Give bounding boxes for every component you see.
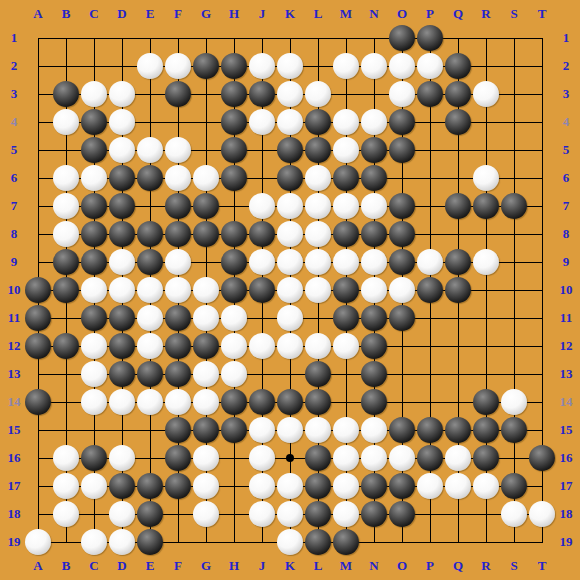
white-stone (81, 81, 107, 107)
white-stone (165, 277, 191, 303)
white-stone (305, 81, 331, 107)
black-stone (137, 501, 163, 527)
white-stone (361, 193, 387, 219)
black-stone (389, 221, 415, 247)
white-stone (221, 361, 247, 387)
white-stone (193, 473, 219, 499)
black-stone (53, 249, 79, 275)
black-stone (277, 389, 303, 415)
black-stone (221, 53, 247, 79)
white-stone (277, 53, 303, 79)
row-label-right: 17 (552, 472, 580, 500)
row-label-left: 18 (0, 500, 28, 528)
white-stone (501, 389, 527, 415)
row-label-right: 10 (552, 276, 580, 304)
column-label-bottom: A (24, 552, 52, 580)
black-stone (277, 165, 303, 191)
black-stone (81, 249, 107, 275)
black-stone (389, 25, 415, 51)
row-label-right: 19 (552, 528, 580, 556)
column-label-bottom: C (80, 552, 108, 580)
white-stone (277, 193, 303, 219)
row-label-right: 8 (552, 220, 580, 248)
black-stone (445, 249, 471, 275)
black-stone (389, 137, 415, 163)
black-stone (109, 165, 135, 191)
black-stone (221, 81, 247, 107)
white-stone (277, 221, 303, 247)
white-stone (277, 277, 303, 303)
black-stone (361, 165, 387, 191)
white-stone (417, 473, 443, 499)
black-stone (417, 277, 443, 303)
row-label-right: 7 (552, 192, 580, 220)
white-stone (305, 333, 331, 359)
white-stone (333, 473, 359, 499)
black-stone (25, 277, 51, 303)
black-stone (137, 165, 163, 191)
row-label-right: 16 (552, 444, 580, 472)
black-stone (473, 389, 499, 415)
black-stone (473, 193, 499, 219)
white-stone (81, 277, 107, 303)
black-stone (25, 333, 51, 359)
black-stone (473, 417, 499, 443)
black-stone (249, 277, 275, 303)
row-label-left: 16 (0, 444, 28, 472)
white-stone (361, 445, 387, 471)
black-stone (193, 333, 219, 359)
white-stone (361, 277, 387, 303)
black-stone (389, 109, 415, 135)
white-stone (473, 473, 499, 499)
white-stone (165, 165, 191, 191)
white-stone (473, 165, 499, 191)
black-stone (389, 501, 415, 527)
white-stone (193, 389, 219, 415)
black-stone (137, 249, 163, 275)
column-label-top: J (248, 0, 276, 28)
row-label-right: 1 (552, 24, 580, 52)
black-stone (305, 445, 331, 471)
column-label-top: C (80, 0, 108, 28)
row-label-left: 12 (0, 332, 28, 360)
white-stone (53, 501, 79, 527)
column-label-bottom: B (52, 552, 80, 580)
column-label-top: P (416, 0, 444, 28)
black-stone (361, 333, 387, 359)
white-stone (333, 501, 359, 527)
black-stone (305, 501, 331, 527)
row-label-left: 14 (0, 388, 28, 416)
white-stone (81, 165, 107, 191)
white-stone (333, 417, 359, 443)
row-label-right: 15 (552, 416, 580, 444)
white-stone (25, 529, 51, 555)
white-stone (249, 445, 275, 471)
black-stone (305, 109, 331, 135)
black-stone (361, 361, 387, 387)
black-stone (445, 193, 471, 219)
row-label-left: 5 (0, 136, 28, 164)
white-stone (109, 501, 135, 527)
black-stone (165, 333, 191, 359)
go-board[interactable]: AABBCCDDEEFFGGHHJJKKLLMMNNOOPPQQRRSSTT11… (0, 0, 580, 580)
white-stone (333, 249, 359, 275)
black-stone (165, 473, 191, 499)
row-label-left: 7 (0, 192, 28, 220)
column-label-bottom: E (136, 552, 164, 580)
black-stone (109, 221, 135, 247)
black-stone (473, 445, 499, 471)
black-stone (165, 81, 191, 107)
column-label-bottom: P (416, 552, 444, 580)
white-stone (249, 417, 275, 443)
white-stone (53, 221, 79, 247)
white-stone (501, 501, 527, 527)
column-label-top: H (220, 0, 248, 28)
white-stone (137, 137, 163, 163)
black-stone (193, 221, 219, 247)
row-label-left: 3 (0, 80, 28, 108)
black-stone (221, 109, 247, 135)
column-label-bottom: M (332, 552, 360, 580)
row-label-right: 3 (552, 80, 580, 108)
white-stone (445, 473, 471, 499)
row-label-right: 4 (552, 108, 580, 136)
row-label-right: 12 (552, 332, 580, 360)
black-stone (221, 249, 247, 275)
white-stone (333, 109, 359, 135)
white-stone (305, 249, 331, 275)
black-stone (305, 389, 331, 415)
white-stone (193, 501, 219, 527)
row-label-right: 9 (552, 248, 580, 276)
white-stone (473, 249, 499, 275)
black-stone (109, 305, 135, 331)
column-label-top: R (472, 0, 500, 28)
black-stone (417, 445, 443, 471)
white-stone (109, 109, 135, 135)
black-stone (389, 305, 415, 331)
black-stone (417, 25, 443, 51)
white-stone (277, 249, 303, 275)
black-stone (221, 417, 247, 443)
white-stone (305, 221, 331, 247)
black-stone (333, 277, 359, 303)
white-stone (389, 81, 415, 107)
row-label-right: 5 (552, 136, 580, 164)
black-stone (137, 473, 163, 499)
white-stone (53, 165, 79, 191)
row-label-left: 10 (0, 276, 28, 304)
white-stone (389, 445, 415, 471)
column-label-top: N (360, 0, 388, 28)
row-label-right: 13 (552, 360, 580, 388)
column-label-bottom: L (304, 552, 332, 580)
column-label-top: K (276, 0, 304, 28)
white-stone (109, 277, 135, 303)
black-stone (445, 417, 471, 443)
white-stone (109, 529, 135, 555)
black-stone (501, 473, 527, 499)
column-label-top: E (136, 0, 164, 28)
white-stone (333, 333, 359, 359)
column-label-bottom: R (472, 552, 500, 580)
column-label-top: G (192, 0, 220, 28)
white-stone (81, 529, 107, 555)
column-label-top: B (52, 0, 80, 28)
white-stone (305, 193, 331, 219)
black-stone (361, 221, 387, 247)
row-label-left: 17 (0, 472, 28, 500)
column-label-bottom: S (500, 552, 528, 580)
black-stone (165, 221, 191, 247)
row-label-right: 14 (552, 388, 580, 416)
white-stone (277, 305, 303, 331)
white-stone (81, 333, 107, 359)
row-label-right: 18 (552, 500, 580, 528)
black-stone (109, 333, 135, 359)
grid-vline (514, 38, 515, 543)
black-stone (137, 361, 163, 387)
black-stone (221, 165, 247, 191)
black-stone (333, 165, 359, 191)
black-stone (529, 445, 555, 471)
white-stone (193, 305, 219, 331)
white-stone (193, 165, 219, 191)
black-stone (445, 81, 471, 107)
white-stone (417, 249, 443, 275)
black-stone (361, 501, 387, 527)
white-stone (277, 109, 303, 135)
column-label-bottom: D (108, 552, 136, 580)
column-label-top: L (304, 0, 332, 28)
white-stone (277, 417, 303, 443)
white-stone (109, 81, 135, 107)
black-stone (109, 361, 135, 387)
white-stone (193, 445, 219, 471)
column-label-top: O (388, 0, 416, 28)
white-stone (81, 361, 107, 387)
white-stone (473, 81, 499, 107)
white-stone (249, 501, 275, 527)
white-stone (277, 333, 303, 359)
black-stone (193, 53, 219, 79)
black-stone (221, 277, 247, 303)
white-stone (53, 445, 79, 471)
black-stone (277, 137, 303, 163)
column-label-bottom: Q (444, 552, 472, 580)
white-stone (53, 193, 79, 219)
white-stone (165, 137, 191, 163)
black-stone (221, 137, 247, 163)
white-stone (361, 109, 387, 135)
white-stone (81, 389, 107, 415)
row-label-left: 19 (0, 528, 28, 556)
black-stone (165, 361, 191, 387)
black-stone (193, 193, 219, 219)
row-label-right: 2 (552, 52, 580, 80)
white-stone (333, 53, 359, 79)
column-label-top: M (332, 0, 360, 28)
black-stone (361, 137, 387, 163)
white-stone (333, 445, 359, 471)
white-stone (109, 445, 135, 471)
white-stone (417, 53, 443, 79)
row-label-left: 4 (0, 108, 28, 136)
white-stone (137, 277, 163, 303)
white-stone (165, 53, 191, 79)
white-stone (249, 333, 275, 359)
white-stone (389, 277, 415, 303)
column-label-bottom: F (164, 552, 192, 580)
white-stone (277, 473, 303, 499)
white-stone (361, 249, 387, 275)
row-label-left: 15 (0, 416, 28, 444)
white-stone (109, 249, 135, 275)
black-stone (109, 473, 135, 499)
white-stone (445, 445, 471, 471)
white-stone (249, 249, 275, 275)
black-stone (53, 81, 79, 107)
white-stone (277, 529, 303, 555)
white-stone (193, 361, 219, 387)
white-stone (221, 305, 247, 331)
white-stone (53, 109, 79, 135)
black-stone (221, 389, 247, 415)
column-label-bottom: G (192, 552, 220, 580)
black-stone (81, 305, 107, 331)
black-stone (109, 193, 135, 219)
black-stone (53, 277, 79, 303)
white-stone (361, 417, 387, 443)
white-stone (305, 417, 331, 443)
white-stone (389, 53, 415, 79)
black-stone (501, 193, 527, 219)
black-stone (81, 193, 107, 219)
column-label-top: D (108, 0, 136, 28)
white-stone (137, 333, 163, 359)
row-label-left: 8 (0, 220, 28, 248)
black-stone (333, 221, 359, 247)
white-stone (249, 193, 275, 219)
black-stone (25, 389, 51, 415)
black-stone (249, 81, 275, 107)
black-stone (389, 473, 415, 499)
black-stone (361, 389, 387, 415)
white-stone (249, 473, 275, 499)
white-stone (165, 249, 191, 275)
black-stone (445, 53, 471, 79)
white-stone (305, 165, 331, 191)
black-stone (25, 305, 51, 331)
column-label-bottom: K (276, 552, 304, 580)
white-stone (249, 109, 275, 135)
white-stone (109, 137, 135, 163)
black-stone (501, 417, 527, 443)
column-label-bottom: O (388, 552, 416, 580)
black-stone (165, 193, 191, 219)
white-stone (249, 53, 275, 79)
row-label-left: 1 (0, 24, 28, 52)
column-label-top: F (164, 0, 192, 28)
black-stone (137, 529, 163, 555)
black-stone (389, 249, 415, 275)
black-stone (165, 445, 191, 471)
column-label-bottom: H (220, 552, 248, 580)
black-stone (81, 109, 107, 135)
black-stone (305, 473, 331, 499)
black-stone (445, 109, 471, 135)
column-label-top: S (500, 0, 528, 28)
white-stone (305, 277, 331, 303)
black-stone (333, 305, 359, 331)
white-stone (165, 389, 191, 415)
black-stone (361, 305, 387, 331)
black-stone (249, 221, 275, 247)
column-label-top: A (24, 0, 52, 28)
black-stone (81, 137, 107, 163)
white-stone (221, 333, 247, 359)
black-stone (445, 277, 471, 303)
white-stone (529, 501, 555, 527)
black-stone (305, 529, 331, 555)
white-stone (109, 389, 135, 415)
column-label-bottom: J (248, 552, 276, 580)
black-stone (221, 221, 247, 247)
white-stone (333, 137, 359, 163)
white-stone (277, 81, 303, 107)
black-stone (305, 137, 331, 163)
white-stone (81, 473, 107, 499)
row-label-left: 6 (0, 164, 28, 192)
black-stone (305, 361, 331, 387)
black-stone (53, 333, 79, 359)
black-stone (81, 445, 107, 471)
black-stone (361, 473, 387, 499)
white-stone (277, 501, 303, 527)
white-stone (361, 53, 387, 79)
black-stone (165, 305, 191, 331)
column-label-bottom: N (360, 552, 388, 580)
black-stone (193, 417, 219, 443)
row-label-right: 6 (552, 164, 580, 192)
black-stone (137, 221, 163, 247)
white-stone (137, 389, 163, 415)
star-point-k16 (286, 454, 294, 462)
white-stone (137, 53, 163, 79)
black-stone (389, 193, 415, 219)
column-label-bottom: T (528, 552, 556, 580)
column-label-top: Q (444, 0, 472, 28)
white-stone (53, 473, 79, 499)
black-stone (389, 417, 415, 443)
black-stone (333, 529, 359, 555)
row-label-left: 9 (0, 248, 28, 276)
row-label-right: 11 (552, 304, 580, 332)
black-stone (165, 417, 191, 443)
black-stone (81, 221, 107, 247)
row-label-left: 11 (0, 304, 28, 332)
row-label-left: 2 (0, 52, 28, 80)
white-stone (333, 193, 359, 219)
white-stone (137, 305, 163, 331)
black-stone (249, 389, 275, 415)
row-label-left: 13 (0, 360, 28, 388)
black-stone (417, 81, 443, 107)
white-stone (193, 277, 219, 303)
